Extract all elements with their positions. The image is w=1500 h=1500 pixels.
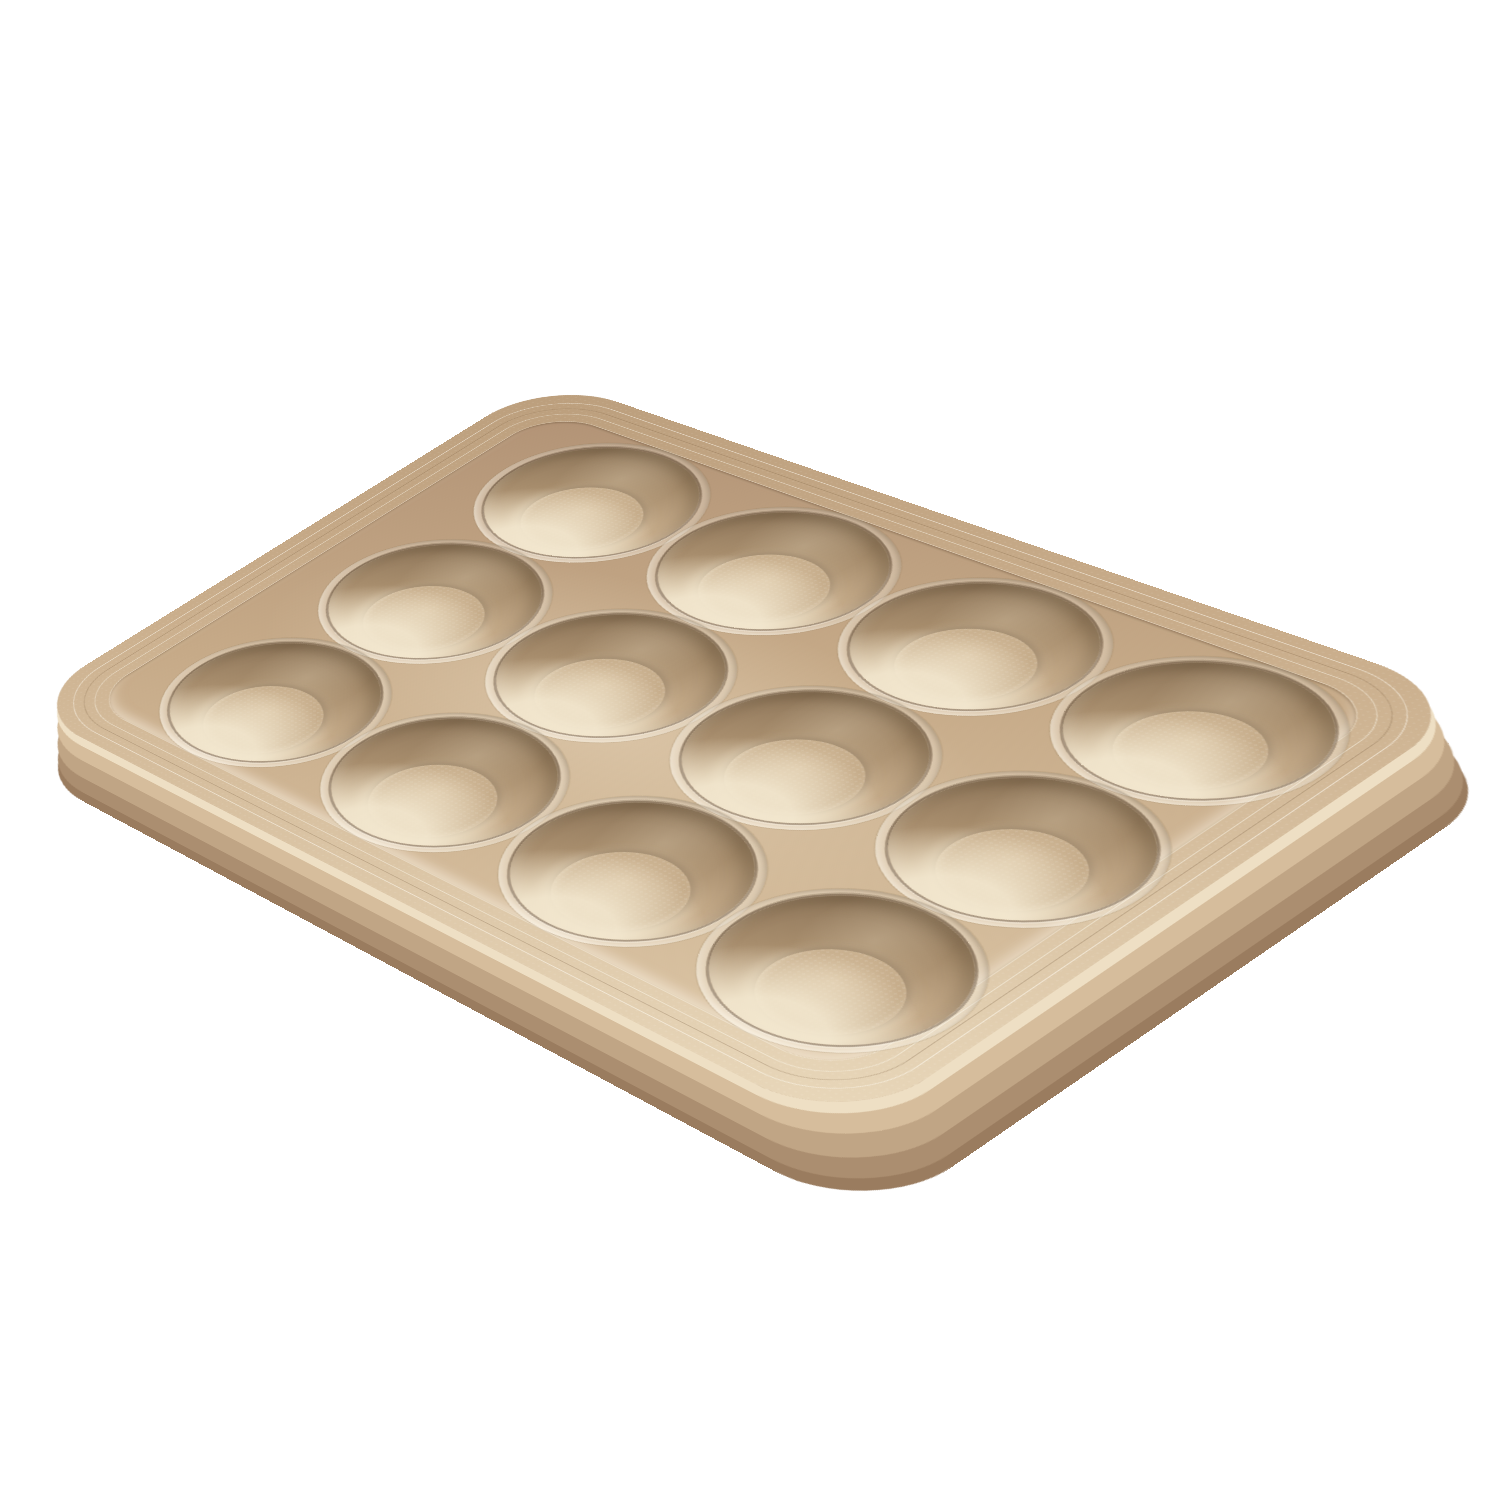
muffin-pan <box>20 378 1482 1132</box>
cup-grid <box>20 378 1482 1132</box>
product-photo-stage <box>0 0 1500 1500</box>
